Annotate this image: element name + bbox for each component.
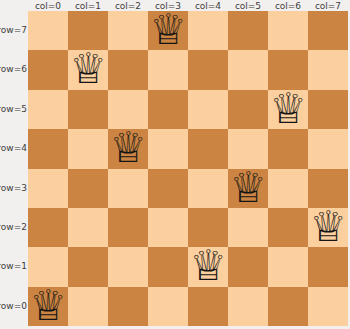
row-label-2: row=2 (0, 208, 27, 247)
row-label-1: row=1 (0, 247, 27, 286)
square-r1c3 (148, 247, 188, 286)
square-r0c2 (108, 287, 148, 326)
square-r5c7 (308, 90, 348, 129)
square-r1c4: ♕ (188, 247, 228, 286)
white-queen-icon: ♕ (109, 128, 147, 167)
row-label-6: row=6 (0, 50, 27, 89)
row-label-3: row=3 (0, 169, 27, 208)
square-r4c4 (188, 129, 228, 168)
square-r0c5 (228, 287, 268, 326)
square-r0c0: ♕ (28, 287, 68, 326)
square-r6c5 (228, 50, 268, 89)
square-r4c1 (68, 129, 108, 168)
white-queen-icon: ♕ (269, 89, 307, 128)
row-label-0: row=0 (0, 287, 27, 326)
square-r1c1 (68, 247, 108, 286)
square-r5c4 (188, 90, 228, 129)
chessboard: ♕♕♕♕♕♕♕♕ (28, 11, 348, 326)
square-r4c6 (268, 129, 308, 168)
square-r3c1 (68, 169, 108, 208)
square-r0c1 (68, 287, 108, 326)
square-r0c7 (308, 287, 348, 326)
square-r1c2 (108, 247, 148, 286)
square-r0c4 (188, 287, 228, 326)
square-r2c5 (228, 208, 268, 247)
square-r5c5 (228, 90, 268, 129)
square-r2c7: ♕ (308, 208, 348, 247)
square-r4c3 (148, 129, 188, 168)
square-r7c0 (28, 11, 68, 50)
square-r4c2: ♕ (108, 129, 148, 168)
square-r2c1 (68, 208, 108, 247)
white-queen-icon: ♕ (29, 286, 67, 325)
square-r5c0 (28, 90, 68, 129)
square-r6c2 (108, 50, 148, 89)
square-r5c1 (68, 90, 108, 129)
square-r3c0 (28, 169, 68, 208)
square-r4c0 (28, 129, 68, 168)
square-r0c6 (268, 287, 308, 326)
square-r3c3 (148, 169, 188, 208)
square-r1c7 (308, 247, 348, 286)
eight-queens-board-figure: col=0col=1col=2col=3col=4col=5col=6col=7… (0, 0, 350, 329)
square-r1c5 (228, 247, 268, 286)
square-r6c0 (28, 50, 68, 89)
square-r1c6 (268, 247, 308, 286)
square-r3c5: ♕ (228, 169, 268, 208)
square-r7c7 (308, 11, 348, 50)
square-r2c2 (108, 208, 148, 247)
square-r7c3: ♕ (148, 11, 188, 50)
row-label-5: row=5 (0, 90, 27, 129)
white-queen-icon: ♕ (309, 207, 347, 246)
square-r5c6: ♕ (268, 90, 308, 129)
square-r7c6 (268, 11, 308, 50)
square-r0c3 (148, 287, 188, 326)
row-label-7: row=7 (0, 11, 27, 50)
white-queen-icon: ♕ (149, 10, 187, 49)
square-r2c3 (148, 208, 188, 247)
square-r6c4 (188, 50, 228, 89)
square-r6c7 (308, 50, 348, 89)
square-r6c3 (148, 50, 188, 89)
square-r4c7 (308, 129, 348, 168)
square-r5c3 (148, 90, 188, 129)
square-r2c0 (28, 208, 68, 247)
square-r3c2 (108, 169, 148, 208)
square-r6c1: ♕ (68, 50, 108, 89)
square-r3c6 (268, 169, 308, 208)
row-label-4: row=4 (0, 129, 27, 168)
square-r3c4 (188, 169, 228, 208)
square-r2c6 (268, 208, 308, 247)
white-queen-icon: ♕ (229, 168, 267, 207)
white-queen-icon: ♕ (189, 246, 227, 285)
square-r7c2 (108, 11, 148, 50)
square-r7c5 (228, 11, 268, 50)
square-r7c4 (188, 11, 228, 50)
white-queen-icon: ♕ (69, 49, 107, 88)
